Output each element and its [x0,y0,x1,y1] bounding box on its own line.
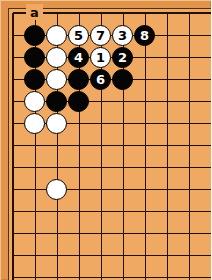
stone-black [112,69,133,90]
go-board: 57384126a [8,8,211,280]
move-number: 8 [140,29,149,42]
grid-line-vertical [145,13,146,280]
grid-line-horizontal [13,167,212,168]
point-label-a: a [26,4,43,20]
move-number: 5 [74,29,83,42]
grid-line-vertical [167,13,168,280]
stone-black [46,91,67,112]
grid-line-vertical [189,13,190,280]
stone-black [24,47,45,68]
stone-black [68,69,89,90]
stone-black [24,69,45,90]
move-number: 3 [118,29,127,42]
stone-black [68,91,89,112]
stone-black-move-8: 8 [134,25,155,46]
stone-black-move-6: 6 [90,69,111,90]
stone-white-move-5: 5 [68,25,89,46]
grid-line-horizontal [13,211,212,212]
move-number: 6 [96,73,105,86]
stone-black [24,25,45,46]
stone-white-move-1: 1 [90,47,111,68]
stone-black-move-2: 2 [112,47,133,68]
stone-white-move-7: 7 [90,25,111,46]
stone-white [46,69,67,90]
stone-white [46,25,67,46]
stone-white [46,47,67,68]
grid-line-horizontal [13,255,212,256]
move-number: 7 [96,29,105,42]
stone-white [46,113,67,134]
stone-black-move-4: 4 [68,47,89,68]
grid-line-vertical [211,13,212,280]
move-number: 4 [74,51,83,64]
stone-white [24,113,45,134]
stone-white [24,91,45,112]
grid-line-vertical [12,13,14,280]
grid-line-horizontal [13,145,212,146]
grid-line-horizontal [13,189,212,190]
grid-line-horizontal [13,233,212,234]
move-number: 2 [118,51,127,64]
grid-line-horizontal [13,277,212,278]
stone-white-move-3: 3 [112,25,133,46]
stone-white [46,179,67,200]
move-number: 1 [96,51,105,64]
go-diagram: 57384126a [0,0,211,280]
